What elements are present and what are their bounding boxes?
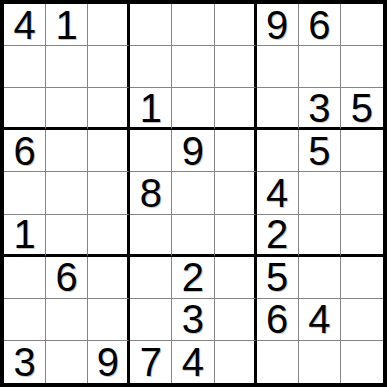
cell-r5c7[interactable]: 4: [257, 172, 299, 214]
given-digit: 4: [308, 299, 330, 339]
given-digit: 4: [182, 342, 204, 382]
cell-r9c8[interactable]: [299, 341, 341, 383]
cell-r7c7[interactable]: 5: [257, 257, 299, 299]
cell-r6c3[interactable]: [88, 215, 130, 257]
cell-r9c9[interactable]: [341, 341, 383, 383]
cell-r4c3[interactable]: [88, 130, 130, 172]
given-digit: 6: [13, 131, 35, 171]
cell-r3c1[interactable]: [4, 88, 46, 130]
cell-r5c6[interactable]: [215, 172, 257, 214]
cell-r5c2[interactable]: [46, 172, 88, 214]
cell-r6c2[interactable]: [46, 215, 88, 257]
sudoku-board: 419613569584126253643974: [0, 0, 387, 387]
cell-r1c7[interactable]: 9: [257, 4, 299, 46]
given-digit: 1: [56, 5, 78, 45]
given-digit: 3: [13, 342, 35, 382]
cell-r8c5[interactable]: 3: [172, 299, 214, 341]
cell-r9c3[interactable]: 9: [88, 341, 130, 383]
cell-r4c7[interactable]: [257, 130, 299, 172]
cell-r6c8[interactable]: [299, 215, 341, 257]
cell-r3c3[interactable]: [88, 88, 130, 130]
cell-r8c2[interactable]: [46, 299, 88, 341]
cell-r4c9[interactable]: [341, 130, 383, 172]
cell-r9c5[interactable]: 4: [172, 341, 214, 383]
cell-r1c2[interactable]: 1: [46, 4, 88, 46]
given-digit: 9: [266, 5, 288, 45]
cell-r8c3[interactable]: [88, 299, 130, 341]
given-digit: 7: [140, 342, 162, 382]
given-digit: 4: [266, 173, 288, 213]
cell-r1c4[interactable]: [130, 4, 172, 46]
given-digit: 4: [13, 5, 35, 45]
cell-r9c2[interactable]: [46, 341, 88, 383]
cell-r2c1[interactable]: [4, 46, 46, 88]
cell-r5c4[interactable]: 8: [130, 172, 172, 214]
cell-r3c8[interactable]: 3: [299, 88, 341, 130]
cell-r7c9[interactable]: [341, 257, 383, 299]
given-digit: 2: [266, 215, 288, 255]
cell-r8c6[interactable]: [215, 299, 257, 341]
cell-r4c5[interactable]: 9: [172, 130, 214, 172]
cell-r2c9[interactable]: [341, 46, 383, 88]
cell-r7c1[interactable]: [4, 257, 46, 299]
cell-r8c4[interactable]: [130, 299, 172, 341]
given-digit: 5: [308, 131, 330, 171]
cell-r4c6[interactable]: [215, 130, 257, 172]
cell-r7c3[interactable]: [88, 257, 130, 299]
cell-r1c3[interactable]: [88, 4, 130, 46]
given-digit: 6: [56, 257, 78, 297]
cell-r1c5[interactable]: [172, 4, 214, 46]
given-digit: 8: [140, 173, 162, 213]
cell-r6c4[interactable]: [130, 215, 172, 257]
cell-r6c1[interactable]: 1: [4, 215, 46, 257]
cell-r6c5[interactable]: [172, 215, 214, 257]
given-digit: 6: [266, 299, 288, 339]
cell-r4c4[interactable]: [130, 130, 172, 172]
cell-r8c7[interactable]: 6: [257, 299, 299, 341]
cell-r7c8[interactable]: [299, 257, 341, 299]
cell-r5c1[interactable]: [4, 172, 46, 214]
cell-r3c9[interactable]: 5: [341, 88, 383, 130]
cell-r1c8[interactable]: 6: [299, 4, 341, 46]
cell-r9c7[interactable]: [257, 341, 299, 383]
cell-r2c5[interactable]: [172, 46, 214, 88]
cell-r2c7[interactable]: [257, 46, 299, 88]
cell-r7c4[interactable]: [130, 257, 172, 299]
given-digit: 3: [182, 299, 204, 339]
cell-r7c2[interactable]: 6: [46, 257, 88, 299]
cell-r2c2[interactable]: [46, 46, 88, 88]
given-digit: 5: [351, 88, 373, 128]
given-digit: 3: [308, 88, 330, 128]
cell-r4c2[interactable]: [46, 130, 88, 172]
given-digit: 6: [308, 5, 330, 45]
cell-r3c4[interactable]: 1: [130, 88, 172, 130]
cell-r2c8[interactable]: [299, 46, 341, 88]
cell-r5c5[interactable]: [172, 172, 214, 214]
cell-r3c6[interactable]: [215, 88, 257, 130]
cell-r7c5[interactable]: 2: [172, 257, 214, 299]
given-digit: 1: [140, 88, 162, 128]
cell-r8c9[interactable]: [341, 299, 383, 341]
cell-r7c6[interactable]: [215, 257, 257, 299]
cell-r1c1[interactable]: 4: [4, 4, 46, 46]
cell-r6c9[interactable]: [341, 215, 383, 257]
cell-r1c9[interactable]: [341, 4, 383, 46]
cell-r6c7[interactable]: 2: [257, 215, 299, 257]
cell-r3c2[interactable]: [46, 88, 88, 130]
cell-r3c5[interactable]: [172, 88, 214, 130]
given-digit: 9: [182, 131, 204, 171]
given-digit: 9: [97, 342, 119, 382]
cell-r9c6[interactable]: [215, 341, 257, 383]
cell-r5c3[interactable]: [88, 172, 130, 214]
cell-r2c4[interactable]: [130, 46, 172, 88]
cell-r4c8[interactable]: 5: [299, 130, 341, 172]
cell-r5c8[interactable]: [299, 172, 341, 214]
cell-r2c6[interactable]: [215, 46, 257, 88]
cell-r9c4[interactable]: 7: [130, 341, 172, 383]
cell-r9c1[interactable]: 3: [4, 341, 46, 383]
cell-r2c3[interactable]: [88, 46, 130, 88]
cell-r8c8[interactable]: 4: [299, 299, 341, 341]
cell-r3c7[interactable]: [257, 88, 299, 130]
given-digit: 1: [13, 215, 35, 255]
cell-r8c1[interactable]: [4, 299, 46, 341]
cell-r4c1[interactable]: 6: [4, 130, 46, 172]
given-digit: 2: [182, 257, 204, 297]
cell-r5c9[interactable]: [341, 172, 383, 214]
given-digit: 5: [266, 257, 288, 297]
cell-r1c6[interactable]: [215, 4, 257, 46]
cell-r6c6[interactable]: [215, 215, 257, 257]
